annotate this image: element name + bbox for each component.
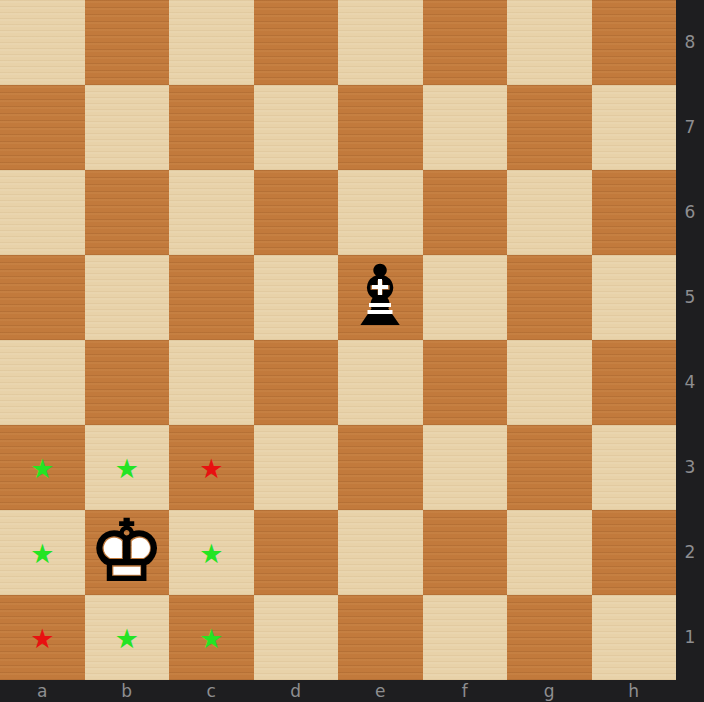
square-e6[interactable] xyxy=(338,170,423,255)
square-b6[interactable] xyxy=(85,170,170,255)
square-g3[interactable] xyxy=(507,425,592,510)
rank-label-2: 2 xyxy=(676,510,704,595)
square-f4[interactable] xyxy=(423,340,508,425)
rank-label-7: 7 xyxy=(676,85,704,170)
square-a6[interactable] xyxy=(0,170,85,255)
rank-label-8: 8 xyxy=(676,0,704,85)
square-a1[interactable]: ★ xyxy=(0,595,85,680)
file-label-e: e xyxy=(338,680,423,702)
square-d4[interactable] xyxy=(254,340,339,425)
red-star-hint: ★ xyxy=(30,624,54,651)
square-b2[interactable]: ♚♔ xyxy=(85,510,170,595)
square-h7[interactable] xyxy=(592,85,677,170)
file-label-b: b xyxy=(85,680,170,702)
square-f7[interactable] xyxy=(423,85,508,170)
rank-label-4: 4 xyxy=(676,340,704,425)
square-b3[interactable]: ★ xyxy=(85,425,170,510)
square-h4[interactable] xyxy=(592,340,677,425)
square-a8[interactable] xyxy=(0,0,85,85)
square-b8[interactable] xyxy=(85,0,170,85)
square-e7[interactable] xyxy=(338,85,423,170)
square-c3[interactable]: ★ xyxy=(169,425,254,510)
square-a3[interactable]: ★ xyxy=(0,425,85,510)
square-b1[interactable]: ★ xyxy=(85,595,170,680)
square-e1[interactable] xyxy=(338,595,423,680)
square-d5[interactable] xyxy=(254,255,339,340)
file-labels: abcdefgh xyxy=(0,680,676,702)
square-h2[interactable] xyxy=(592,510,677,595)
bishop-cross-detail xyxy=(372,279,388,295)
square-d2[interactable] xyxy=(254,510,339,595)
square-a7[interactable] xyxy=(0,85,85,170)
green-star-hint: ★ xyxy=(30,539,54,566)
file-label-g: g xyxy=(507,680,592,702)
rank-label-1: 1 xyxy=(676,595,704,680)
square-d8[interactable] xyxy=(254,0,339,85)
square-a5[interactable] xyxy=(0,255,85,340)
rank-labels: 87654321 xyxy=(676,0,704,680)
chess-app: ♝★★★★♚♔★★★★ 87654321 abcdefgh xyxy=(0,0,704,702)
square-c7[interactable] xyxy=(169,85,254,170)
square-f8[interactable] xyxy=(423,0,508,85)
bishop-stripe-detail xyxy=(368,310,393,314)
square-b5[interactable] xyxy=(85,255,170,340)
square-e2[interactable] xyxy=(338,510,423,595)
rank-label-6: 6 xyxy=(676,170,704,255)
square-h3[interactable] xyxy=(592,425,677,510)
green-star-hint: ★ xyxy=(115,624,139,651)
green-star-hint: ★ xyxy=(30,454,54,481)
chess-board: ♝★★★★♚♔★★★★ xyxy=(0,0,676,680)
square-f6[interactable] xyxy=(423,170,508,255)
green-star-hint: ★ xyxy=(115,454,139,481)
black-bishop[interactable]: ♝ xyxy=(338,255,423,340)
square-e5[interactable]: ♝ xyxy=(338,255,423,340)
square-c5[interactable] xyxy=(169,255,254,340)
square-d7[interactable] xyxy=(254,85,339,170)
white-king[interactable]: ♚♔ xyxy=(85,510,170,595)
square-h5[interactable] xyxy=(592,255,677,340)
green-star-hint: ★ xyxy=(199,624,223,651)
square-g4[interactable] xyxy=(507,340,592,425)
square-f5[interactable] xyxy=(423,255,508,340)
square-b4[interactable] xyxy=(85,340,170,425)
file-label-c: c xyxy=(169,680,254,702)
green-star-hint: ★ xyxy=(199,539,223,566)
square-c1[interactable]: ★ xyxy=(169,595,254,680)
file-label-d: d xyxy=(254,680,339,702)
square-g2[interactable] xyxy=(507,510,592,595)
square-d1[interactable] xyxy=(254,595,339,680)
square-c8[interactable] xyxy=(169,0,254,85)
red-star-hint: ★ xyxy=(199,454,223,481)
file-label-f: f xyxy=(423,680,508,702)
white-king-outline: ♔ xyxy=(89,509,164,593)
square-g7[interactable] xyxy=(507,85,592,170)
square-e3[interactable] xyxy=(338,425,423,510)
square-d6[interactable] xyxy=(254,170,339,255)
square-c4[interactable] xyxy=(169,340,254,425)
square-f1[interactable] xyxy=(423,595,508,680)
square-f3[interactable] xyxy=(423,425,508,510)
square-a4[interactable] xyxy=(0,340,85,425)
square-g5[interactable] xyxy=(507,255,592,340)
square-h6[interactable] xyxy=(592,170,677,255)
square-b7[interactable] xyxy=(85,85,170,170)
square-a2[interactable]: ★ xyxy=(0,510,85,595)
square-e4[interactable] xyxy=(338,340,423,425)
square-c6[interactable] xyxy=(169,170,254,255)
square-f2[interactable] xyxy=(423,510,508,595)
file-label-a: a xyxy=(0,680,85,702)
rank-label-5: 5 xyxy=(676,255,704,340)
square-h8[interactable] xyxy=(592,0,677,85)
square-c2[interactable]: ★ xyxy=(169,510,254,595)
black-bishop-body: ♝ xyxy=(343,254,418,338)
square-h1[interactable] xyxy=(592,595,677,680)
rank-label-3: 3 xyxy=(676,425,704,510)
file-label-h: h xyxy=(592,680,677,702)
square-d3[interactable] xyxy=(254,425,339,510)
square-e8[interactable] xyxy=(338,0,423,85)
square-g8[interactable] xyxy=(507,0,592,85)
bishop-stripe-detail xyxy=(369,303,391,307)
square-g6[interactable] xyxy=(507,170,592,255)
square-g1[interactable] xyxy=(507,595,592,680)
